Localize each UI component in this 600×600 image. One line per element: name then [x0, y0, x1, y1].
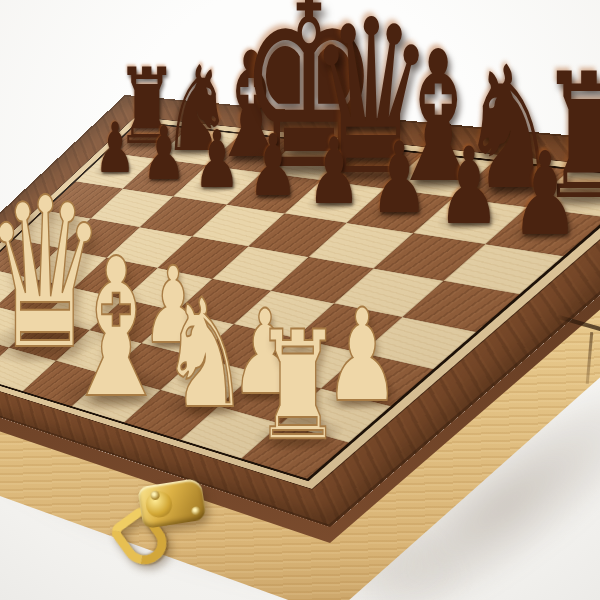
piece-shadow — [318, 377, 405, 417]
latch-plate — [137, 478, 207, 529]
piece-shadow — [190, 172, 244, 196]
piece-shadow — [433, 204, 506, 237]
brass-latch — [109, 473, 231, 585]
piece-shadow — [506, 213, 585, 249]
pieces-layer: ♜♞♝♚♛♝♞♜♟♟♟♟♟♟♟♟♛♝♞♜♟♟♟ — [0, 0, 600, 600]
piece-shadow — [247, 411, 349, 457]
piece-shadow — [302, 187, 364, 215]
photo-canvas: ♜♞♝♚♛♝♞♜♟♟♟♟♟♟♟♟♛♝♞♜♟♟♟ — [0, 0, 600, 600]
piece-shadow — [139, 166, 190, 189]
piece-shadow — [0, 309, 116, 373]
piece-shadow — [91, 160, 138, 181]
piece-shadow — [137, 324, 209, 357]
piece-shadow — [365, 195, 432, 225]
